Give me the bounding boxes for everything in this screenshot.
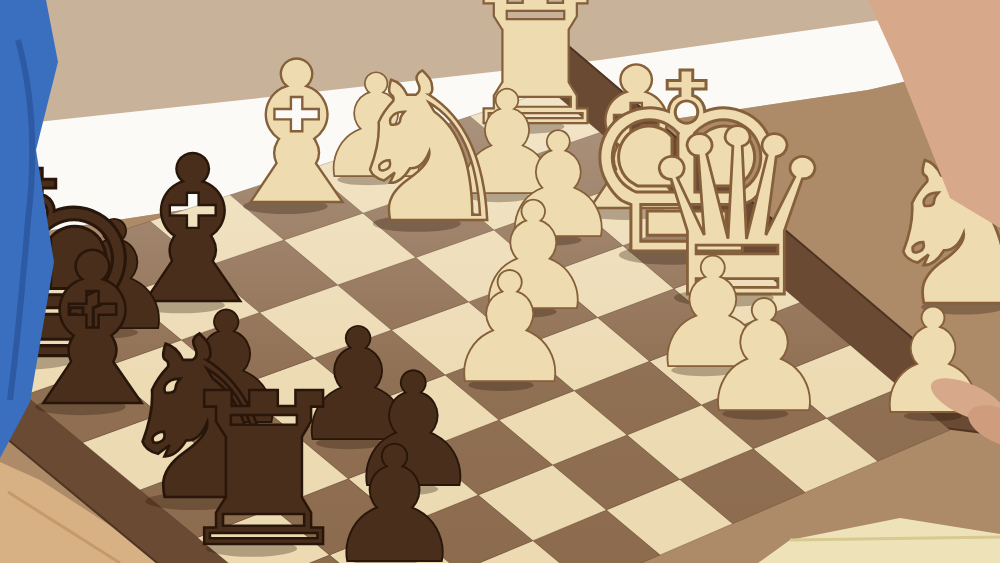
piece-black-pawn-b7: ♟	[323, 412, 467, 563]
board-photo-scene: ♜♟♟♝♝♞♟♚♛♝♟♟♚♟♟♝♟♟♟♟♞♜♟♞♟	[0, 0, 1000, 563]
piece-white-pawn-b2: ♟	[695, 268, 833, 446]
tournament-board-photo: ♜♟♟♝♝♞♟♚♛♝♟♟♚♟♟♝♟♟♟♟♞♜♟♞♟	[0, 0, 1000, 563]
